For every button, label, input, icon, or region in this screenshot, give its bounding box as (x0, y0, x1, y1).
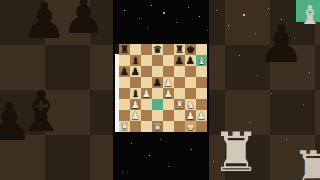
sparkle (281, 19, 282, 20)
white-bishop[interactable]: ♝ (197, 56, 206, 66)
square-h8[interactable] (196, 44, 207, 55)
sparkle (239, 55, 240, 56)
square-h3[interactable] (196, 99, 207, 110)
chess-short-frame: ♟♟♝♟♝♟♜♜ ♜♛♜♚♝♟♟♝♟♟♟♟♝♟♟♟♜♞♟♟♟♜♛♚ (0, 0, 320, 180)
sparkle (303, 104, 304, 105)
white-rook[interactable]: ♜ (120, 122, 129, 132)
square-g7[interactable]: ♟ (185, 55, 196, 66)
square-e3[interactable] (163, 99, 174, 110)
white-pawn[interactable]: ♟ (164, 78, 173, 88)
white-pawn[interactable]: ♟ (142, 89, 151, 99)
square-c6[interactable] (141, 66, 152, 77)
sparkle (127, 81, 128, 82)
background-black-pawn: ♟ (0, 96, 33, 148)
sparkle (152, 92, 153, 93)
sparkle (243, 14, 245, 16)
square-b3[interactable]: ♟ (130, 99, 141, 110)
sparkle (309, 72, 310, 73)
square-f8[interactable]: ♜ (174, 44, 185, 55)
white-pawn[interactable]: ♟ (197, 111, 206, 121)
square-g5[interactable] (185, 77, 196, 88)
square-f7[interactable]: ♟ (174, 55, 185, 66)
square-f5[interactable] (174, 77, 185, 88)
square-b7[interactable]: ♝ (130, 55, 141, 66)
square-e5[interactable]: ♟ (163, 77, 174, 88)
black-pawn[interactable]: ♟ (153, 78, 162, 88)
square-h1[interactable] (196, 121, 207, 132)
square-a6[interactable]: ♟ (119, 66, 130, 77)
square-g8[interactable]: ♚ (185, 44, 196, 55)
square-b1[interactable] (130, 121, 141, 132)
square-c8[interactable] (141, 44, 152, 55)
white-knight[interactable]: ♞ (186, 100, 195, 110)
white-king[interactable]: ♚ (186, 122, 195, 132)
sparkle (255, 33, 256, 34)
sparkle (213, 161, 214, 162)
square-d1[interactable]: ♛ (152, 121, 163, 132)
black-pawn[interactable]: ♟ (175, 56, 184, 66)
black-pawn[interactable]: ♟ (186, 56, 195, 66)
black-queen[interactable]: ♛ (153, 45, 162, 55)
sparkle (196, 102, 197, 103)
sparkle (188, 7, 189, 8)
square-d2[interactable] (152, 110, 163, 121)
square-b2[interactable]: ♟ (130, 110, 141, 121)
sparkle (199, 16, 200, 17)
square-g1[interactable]: ♚ (185, 121, 196, 132)
square-a3[interactable] (119, 99, 130, 110)
sparkle (163, 12, 165, 14)
square-b6[interactable]: ♟ (130, 66, 141, 77)
black-pawn[interactable]: ♟ (120, 67, 129, 77)
white-pawn[interactable]: ♟ (131, 111, 140, 121)
sparkle (286, 139, 287, 140)
square-f2[interactable] (174, 110, 185, 121)
square-h6[interactable] (196, 66, 207, 77)
square-e1[interactable] (163, 121, 174, 132)
square-e6[interactable] (163, 66, 174, 77)
square-a7[interactable] (119, 55, 130, 66)
square-a2[interactable] (119, 110, 130, 121)
square-g6[interactable] (185, 66, 196, 77)
white-pawn[interactable]: ♟ (164, 89, 173, 99)
square-b8[interactable] (130, 44, 141, 55)
square-d6[interactable] (152, 66, 163, 77)
background-black-pawn: ♟ (258, 18, 305, 70)
black-pawn[interactable]: ♟ (131, 67, 140, 77)
sparkle (257, 75, 258, 76)
white-pawn[interactable]: ♟ (131, 100, 140, 110)
sparkle (122, 172, 123, 173)
sparkle (131, 143, 132, 144)
square-h4[interactable] (196, 88, 207, 99)
black-rook[interactable]: ♜ (175, 45, 184, 55)
square-c5[interactable] (141, 77, 152, 88)
square-c7[interactable] (141, 55, 152, 66)
square-f4[interactable] (174, 88, 185, 99)
square-g3[interactable]: ♞ (185, 99, 196, 110)
square-e2[interactable] (163, 110, 174, 121)
square-e8[interactable] (163, 44, 174, 55)
sparkle (207, 30, 208, 31)
square-c4[interactable]: ♟ (141, 88, 152, 99)
square-c2[interactable] (141, 110, 152, 121)
white-rook[interactable]: ♜ (175, 100, 184, 110)
white-queen[interactable]: ♛ (153, 122, 162, 132)
square-h7[interactable]: ♝ (196, 55, 207, 66)
square-a5[interactable] (119, 77, 130, 88)
white-pawn[interactable]: ♟ (186, 111, 195, 121)
sparkle (147, 27, 148, 28)
black-king[interactable]: ♚ (186, 45, 195, 55)
square-g4[interactable] (185, 88, 196, 99)
square-d7[interactable] (152, 55, 163, 66)
square-f6[interactable] (174, 66, 185, 77)
square-h5[interactable] (196, 77, 207, 88)
square-g2[interactable]: ♟ (185, 110, 196, 121)
background-white-rook: ♜ (292, 144, 320, 180)
background-black-pawn: ♟ (62, 0, 105, 40)
square-c1[interactable] (141, 121, 152, 132)
sparkle (228, 25, 229, 26)
square-d4[interactable] (152, 88, 163, 99)
sparkle (149, 155, 150, 156)
background-white-rook: ♜ (212, 126, 260, 180)
sparkle (191, 149, 192, 150)
square-h2[interactable]: ♟ (196, 110, 207, 121)
square-e4[interactable]: ♟ (163, 88, 174, 99)
sparkle (294, 38, 295, 39)
chess-board: ♜♛♜♚♝♟♟♝♟♟♟♟♝♟♟♟♜♞♟♟♟♜♛♚ (119, 44, 207, 132)
sparkle (168, 166, 169, 167)
square-d8[interactable]: ♛ (152, 44, 163, 55)
square-f1[interactable] (174, 121, 185, 132)
square-a4[interactable] (119, 88, 130, 99)
sparkle (250, 122, 251, 123)
square-d3[interactable] (152, 99, 163, 110)
sparkle (181, 61, 182, 62)
square-d5[interactable]: ♟ (152, 77, 163, 88)
sparkle (151, 5, 152, 6)
square-a1[interactable]: ♜ (119, 121, 130, 132)
sparkle (216, 10, 217, 11)
sparkle (271, 93, 272, 94)
square-b4[interactable]: ♝ (130, 88, 141, 99)
square-f3[interactable]: ♜ (174, 99, 185, 110)
background-black-pawn: ♟ (22, 0, 67, 46)
sparkle (139, 18, 140, 19)
black-bishop[interactable]: ♝ (131, 56, 140, 66)
black-bishop[interactable]: ♝ (131, 89, 140, 99)
sparkle (176, 22, 177, 23)
square-a8[interactable]: ♜ (119, 44, 130, 55)
square-c3[interactable] (141, 99, 152, 110)
sparkle (124, 10, 125, 11)
black-rook[interactable]: ♜ (120, 45, 129, 55)
square-b5[interactable] (130, 77, 141, 88)
sparkle (268, 8, 269, 9)
sparkle (160, 139, 161, 140)
square-e7[interactable] (163, 55, 174, 66)
